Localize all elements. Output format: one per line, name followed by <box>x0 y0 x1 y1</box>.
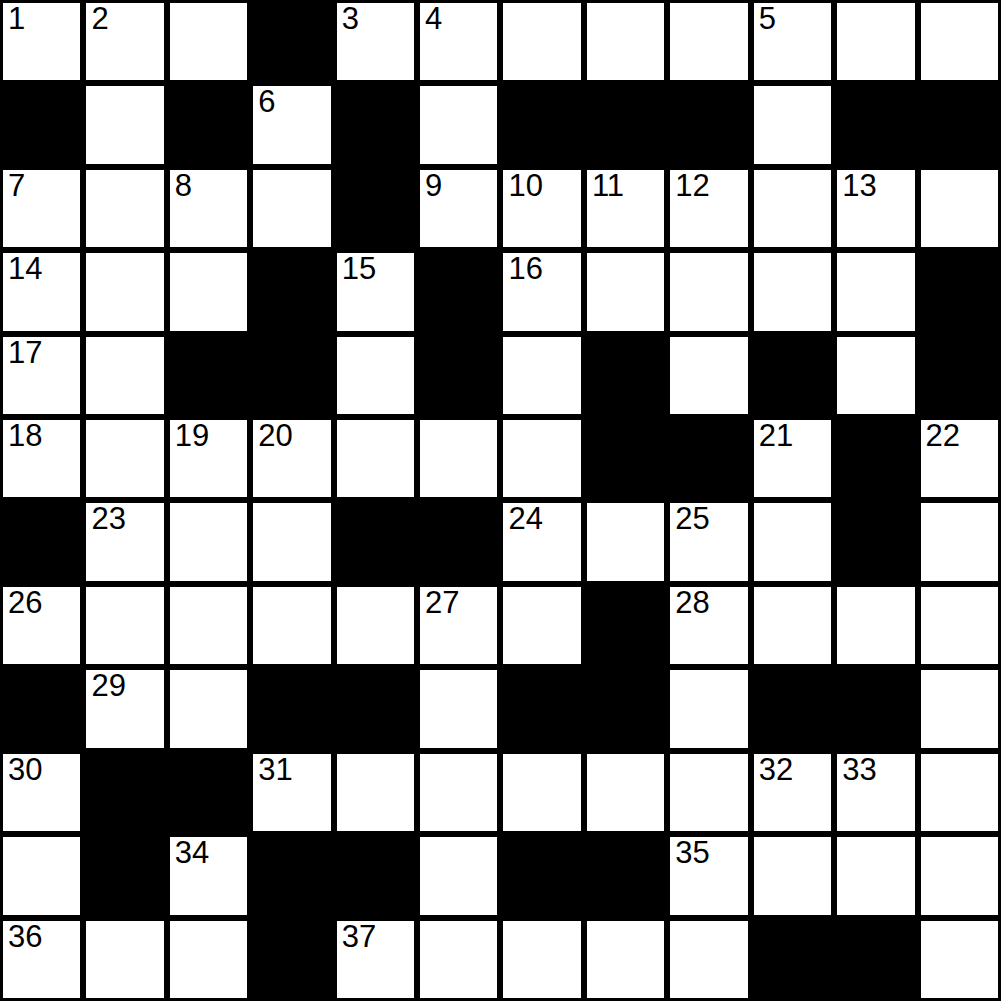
clue-number: 8 <box>175 170 192 203</box>
clue-number: 7 <box>8 170 25 203</box>
white-cell[interactable] <box>83 167 166 250</box>
white-cell[interactable]: 21 <box>751 417 834 500</box>
white-cell[interactable] <box>500 417 583 500</box>
black-cell <box>584 584 667 667</box>
clue-number: 33 <box>842 754 876 787</box>
white-cell[interactable] <box>584 500 667 583</box>
white-cell[interactable]: 28 <box>667 584 750 667</box>
white-cell[interactable] <box>334 584 417 667</box>
white-cell[interactable] <box>918 500 1001 583</box>
white-cell[interactable]: 15 <box>334 250 417 333</box>
white-cell[interactable]: 19 <box>167 417 250 500</box>
white-cell[interactable] <box>834 584 917 667</box>
white-cell[interactable]: 22 <box>918 417 1001 500</box>
white-cell[interactable] <box>83 584 166 667</box>
white-cell[interactable] <box>250 167 333 250</box>
white-cell[interactable]: 9 <box>417 167 500 250</box>
clue-number: 26 <box>8 587 42 620</box>
white-cell[interactable]: 20 <box>250 417 333 500</box>
white-cell[interactable] <box>500 584 583 667</box>
white-cell[interactable]: 36 <box>0 918 83 1001</box>
white-cell[interactable] <box>918 834 1001 917</box>
black-cell <box>751 667 834 750</box>
white-cell[interactable]: 30 <box>0 751 83 834</box>
white-cell[interactable]: 10 <box>500 167 583 250</box>
clue-number: 1 <box>8 3 25 36</box>
clue-number: 29 <box>91 670 125 703</box>
white-cell[interactable] <box>417 667 500 750</box>
white-cell[interactable] <box>83 250 166 333</box>
white-cell[interactable] <box>83 417 166 500</box>
white-cell[interactable] <box>417 83 500 166</box>
black-cell <box>250 250 333 333</box>
white-cell[interactable]: 35 <box>667 834 750 917</box>
clue-number: 4 <box>425 3 442 36</box>
clue-number: 16 <box>508 253 542 286</box>
white-cell[interactable]: 16 <box>500 250 583 333</box>
white-cell[interactable]: 11 <box>584 167 667 250</box>
black-cell <box>167 83 250 166</box>
white-cell[interactable] <box>667 250 750 333</box>
white-cell[interactable] <box>751 834 834 917</box>
white-cell[interactable]: 34 <box>167 834 250 917</box>
white-cell[interactable]: 7 <box>0 167 83 250</box>
black-cell <box>0 500 83 583</box>
black-cell <box>250 918 333 1001</box>
white-cell[interactable] <box>167 667 250 750</box>
white-cell[interactable] <box>667 334 750 417</box>
clue-number: 31 <box>258 754 292 787</box>
white-cell[interactable] <box>667 0 750 83</box>
white-cell[interactable] <box>334 751 417 834</box>
black-cell <box>834 500 917 583</box>
white-cell[interactable] <box>167 500 250 583</box>
white-cell[interactable]: 8 <box>167 167 250 250</box>
white-cell[interactable] <box>751 83 834 166</box>
white-cell[interactable] <box>584 250 667 333</box>
white-cell[interactable] <box>500 0 583 83</box>
white-cell[interactable]: 18 <box>0 417 83 500</box>
white-cell[interactable] <box>417 834 500 917</box>
white-cell[interactable]: 37 <box>334 918 417 1001</box>
clue-number: 14 <box>8 253 42 286</box>
white-cell[interactable] <box>667 667 750 750</box>
black-cell <box>83 834 166 917</box>
black-cell <box>167 334 250 417</box>
black-cell <box>417 500 500 583</box>
white-cell[interactable]: 23 <box>83 500 166 583</box>
black-cell <box>667 83 750 166</box>
white-cell[interactable] <box>334 417 417 500</box>
white-cell[interactable] <box>918 167 1001 250</box>
clue-number: 11 <box>592 170 624 203</box>
clue-number: 19 <box>175 420 209 453</box>
black-cell <box>250 0 333 83</box>
clue-number: 2 <box>91 3 108 36</box>
white-cell[interactable] <box>500 334 583 417</box>
white-cell[interactable] <box>751 167 834 250</box>
white-cell[interactable] <box>751 584 834 667</box>
clue-number: 20 <box>258 420 292 453</box>
white-cell[interactable] <box>500 751 583 834</box>
black-cell <box>500 834 583 917</box>
black-cell <box>584 667 667 750</box>
clue-number: 30 <box>8 754 42 787</box>
white-cell[interactable] <box>500 918 583 1001</box>
white-cell[interactable] <box>834 250 917 333</box>
black-cell <box>918 334 1001 417</box>
black-cell <box>918 83 1001 166</box>
black-cell <box>751 918 834 1001</box>
black-cell <box>334 834 417 917</box>
clue-number: 35 <box>675 837 709 870</box>
white-cell[interactable] <box>918 918 1001 1001</box>
black-cell <box>834 667 917 750</box>
black-cell <box>834 83 917 166</box>
black-cell <box>334 667 417 750</box>
clue-number: 32 <box>759 754 793 787</box>
black-cell <box>584 417 667 500</box>
white-cell[interactable] <box>918 751 1001 834</box>
black-cell <box>751 334 834 417</box>
white-cell[interactable] <box>751 250 834 333</box>
white-cell[interactable] <box>83 334 166 417</box>
clue-number: 28 <box>675 587 709 620</box>
white-cell[interactable]: 1 <box>0 0 83 83</box>
white-cell[interactable]: 6 <box>250 83 333 166</box>
white-cell[interactable] <box>167 250 250 333</box>
white-cell[interactable] <box>584 0 667 83</box>
black-cell <box>584 834 667 917</box>
black-cell <box>584 334 667 417</box>
black-cell <box>417 334 500 417</box>
white-cell[interactable] <box>167 918 250 1001</box>
white-cell[interactable]: 31 <box>250 751 333 834</box>
clue-number: 34 <box>175 837 209 870</box>
clue-number: 22 <box>926 420 960 453</box>
white-cell[interactable] <box>751 500 834 583</box>
white-cell[interactable]: 26 <box>0 584 83 667</box>
clue-number: 6 <box>258 86 275 119</box>
white-cell[interactable] <box>834 834 917 917</box>
black-cell <box>334 500 417 583</box>
white-cell[interactable] <box>334 334 417 417</box>
clue-number: 27 <box>425 587 459 620</box>
white-cell[interactable]: 14 <box>0 250 83 333</box>
white-cell[interactable]: 27 <box>417 584 500 667</box>
white-cell[interactable]: 32 <box>751 751 834 834</box>
clue-number: 18 <box>8 420 42 453</box>
white-cell[interactable] <box>834 334 917 417</box>
black-cell <box>584 83 667 166</box>
clue-number: 21 <box>759 420 793 453</box>
white-cell[interactable] <box>83 83 166 166</box>
white-cell[interactable]: 13 <box>834 167 917 250</box>
white-cell[interactable]: 3 <box>334 0 417 83</box>
white-cell[interactable]: 4 <box>417 0 500 83</box>
black-cell <box>834 417 917 500</box>
white-cell[interactable] <box>250 500 333 583</box>
white-cell[interactable] <box>918 584 1001 667</box>
white-cell[interactable]: 33 <box>834 751 917 834</box>
white-cell[interactable]: 17 <box>0 334 83 417</box>
black-cell <box>500 667 583 750</box>
clue-number: 37 <box>342 921 376 954</box>
white-cell[interactable] <box>667 751 750 834</box>
black-cell <box>500 83 583 166</box>
clue-number: 5 <box>759 3 776 36</box>
white-cell[interactable] <box>667 918 750 1001</box>
clue-number: 25 <box>675 503 709 536</box>
black-cell <box>250 834 333 917</box>
clue-number: 36 <box>8 921 42 954</box>
clue-number: 24 <box>508 503 542 536</box>
clue-number: 17 <box>8 337 42 370</box>
clue-number: 3 <box>342 3 359 36</box>
white-cell[interactable] <box>167 584 250 667</box>
black-cell <box>167 751 250 834</box>
white-cell[interactable] <box>417 417 500 500</box>
clue-number: 13 <box>842 170 876 203</box>
white-cell[interactable]: 24 <box>500 500 583 583</box>
white-cell[interactable] <box>584 918 667 1001</box>
black-cell <box>250 667 333 750</box>
white-cell[interactable]: 25 <box>667 500 750 583</box>
black-cell <box>918 250 1001 333</box>
white-cell[interactable] <box>250 584 333 667</box>
clue-number: 12 <box>675 170 709 203</box>
black-cell <box>667 417 750 500</box>
black-cell <box>0 83 83 166</box>
black-cell <box>334 167 417 250</box>
clue-number: 23 <box>91 503 125 536</box>
white-cell[interactable] <box>417 918 500 1001</box>
white-cell[interactable]: 2 <box>83 0 166 83</box>
white-cell[interactable] <box>167 0 250 83</box>
crossword-board: 1234567891011121314151617181920212223242… <box>0 0 1001 1001</box>
white-cell[interactable] <box>417 751 500 834</box>
black-cell <box>83 751 166 834</box>
clue-number: 10 <box>508 170 542 203</box>
clue-number: 15 <box>342 253 376 286</box>
white-cell[interactable]: 5 <box>751 0 834 83</box>
white-cell[interactable]: 29 <box>83 667 166 750</box>
white-cell[interactable] <box>834 0 917 83</box>
black-cell <box>0 667 83 750</box>
black-cell <box>417 250 500 333</box>
white-cell[interactable] <box>83 918 166 1001</box>
white-cell[interactable] <box>584 751 667 834</box>
white-cell[interactable]: 12 <box>667 167 750 250</box>
white-cell[interactable] <box>0 834 83 917</box>
white-cell[interactable] <box>918 0 1001 83</box>
clue-number: 9 <box>425 170 442 203</box>
black-cell <box>834 918 917 1001</box>
white-cell[interactable] <box>918 667 1001 750</box>
black-cell <box>250 334 333 417</box>
black-cell <box>334 83 417 166</box>
